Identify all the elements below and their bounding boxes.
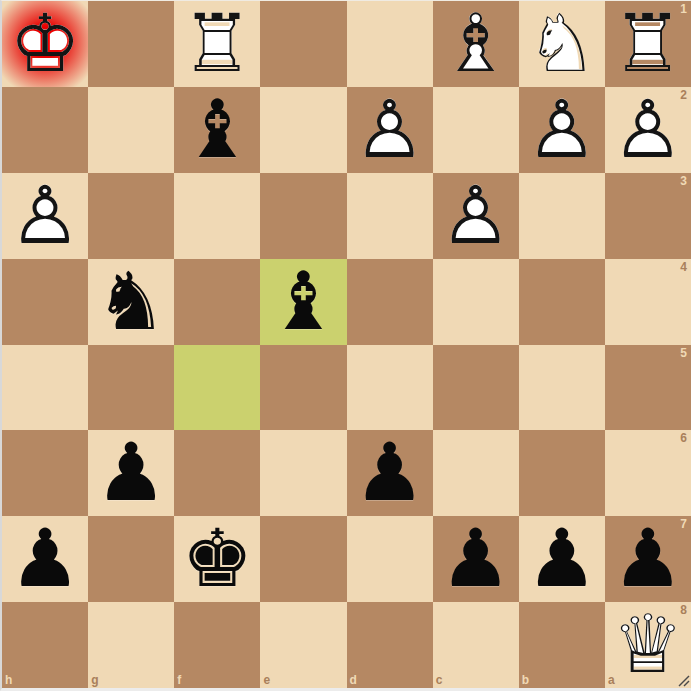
square-a6[interactable]: 6 bbox=[605, 430, 691, 516]
rank-label-6: 6 bbox=[680, 432, 687, 444]
piece-outline-glyph: ♖ bbox=[605, 1, 691, 87]
square-g2[interactable] bbox=[88, 87, 174, 173]
square-b5[interactable] bbox=[519, 345, 605, 431]
square-h7[interactable]: ♟ bbox=[2, 516, 88, 602]
square-h4[interactable] bbox=[2, 259, 88, 345]
square-h8[interactable]: h bbox=[2, 602, 88, 688]
black-pawn-piece[interactable]: ♟ bbox=[433, 516, 519, 602]
file-label-h: h bbox=[5, 674, 12, 686]
square-c2[interactable] bbox=[433, 87, 519, 173]
square-d7[interactable] bbox=[347, 516, 433, 602]
piece-glyph: ♟ bbox=[88, 430, 174, 516]
white-pawn-piece[interactable]: ♟♙ bbox=[433, 173, 519, 259]
square-a5[interactable]: 5 bbox=[605, 345, 691, 431]
piece-glyph: ♝ bbox=[260, 259, 346, 345]
piece-outline-glyph: ♔ bbox=[2, 1, 88, 87]
square-e3[interactable] bbox=[260, 173, 346, 259]
square-g5[interactable] bbox=[88, 345, 174, 431]
white-pawn-piece[interactable]: ♟♙ bbox=[347, 87, 433, 173]
black-bishop-piece[interactable]: ♝ bbox=[260, 259, 346, 345]
piece-outline-glyph: ♙ bbox=[2, 173, 88, 259]
square-d1[interactable] bbox=[347, 1, 433, 87]
square-g3[interactable] bbox=[88, 173, 174, 259]
rank-label-3: 3 bbox=[680, 175, 687, 187]
square-c8[interactable]: c bbox=[433, 602, 519, 688]
white-bishop-piece[interactable]: ♝♗ bbox=[433, 1, 519, 87]
black-pawn-piece[interactable]: ♟ bbox=[88, 430, 174, 516]
board-resize-icon[interactable] bbox=[676, 673, 690, 687]
square-e1[interactable] bbox=[260, 1, 346, 87]
piece-outline-glyph: ♗ bbox=[433, 1, 519, 87]
square-f4[interactable] bbox=[174, 259, 260, 345]
square-h5[interactable] bbox=[2, 345, 88, 431]
square-c7[interactable]: ♟ bbox=[433, 516, 519, 602]
square-c6[interactable] bbox=[433, 430, 519, 516]
square-g4[interactable]: ♞ bbox=[88, 259, 174, 345]
square-a7[interactable]: ♟7 bbox=[605, 516, 691, 602]
square-e7[interactable] bbox=[260, 516, 346, 602]
square-f7[interactable]: ♚ bbox=[174, 516, 260, 602]
piece-glyph: ♟ bbox=[347, 430, 433, 516]
black-pawn-piece[interactable]: ♟ bbox=[605, 516, 691, 602]
square-f3[interactable] bbox=[174, 173, 260, 259]
white-pawn-piece[interactable]: ♟♙ bbox=[605, 87, 691, 173]
square-f6[interactable] bbox=[174, 430, 260, 516]
file-label-g: g bbox=[91, 674, 98, 686]
file-label-f: f bbox=[177, 674, 181, 686]
square-c1[interactable]: ♝♗ bbox=[433, 1, 519, 87]
white-pawn-piece[interactable]: ♟♙ bbox=[2, 173, 88, 259]
square-g1[interactable] bbox=[88, 1, 174, 87]
square-b3[interactable] bbox=[519, 173, 605, 259]
square-e8[interactable]: e bbox=[260, 602, 346, 688]
piece-glyph: ♟ bbox=[605, 516, 691, 602]
piece-glyph: ♚ bbox=[174, 516, 260, 602]
square-c5[interactable] bbox=[433, 345, 519, 431]
square-f8[interactable]: f bbox=[174, 602, 260, 688]
rank-label-4: 4 bbox=[680, 261, 687, 273]
square-b7[interactable]: ♟ bbox=[519, 516, 605, 602]
black-bishop-piece[interactable]: ♝ bbox=[174, 87, 260, 173]
board-frame: ♚♔♜♖♝♗♞♘♜♖1♝♟♙♟♙♟♙2♟♙♟♙3♞♝45♟♟6♟♚♟♟♟7hgf… bbox=[0, 0, 691, 691]
square-e2[interactable] bbox=[260, 87, 346, 173]
black-pawn-piece[interactable]: ♟ bbox=[519, 516, 605, 602]
white-knight-piece[interactable]: ♞♘ bbox=[519, 1, 605, 87]
square-g7[interactable] bbox=[88, 516, 174, 602]
square-g6[interactable]: ♟ bbox=[88, 430, 174, 516]
piece-outline-glyph: ♙ bbox=[519, 87, 605, 173]
square-h3[interactable]: ♟♙ bbox=[2, 173, 88, 259]
file-label-e: e bbox=[263, 674, 270, 686]
square-g8[interactable]: g bbox=[88, 602, 174, 688]
square-f1[interactable]: ♜♖ bbox=[174, 1, 260, 87]
square-a2[interactable]: ♟♙2 bbox=[605, 87, 691, 173]
square-d6[interactable]: ♟ bbox=[347, 430, 433, 516]
file-label-b: b bbox=[522, 674, 529, 686]
piece-outline-glyph: ♙ bbox=[433, 173, 519, 259]
square-h2[interactable] bbox=[2, 87, 88, 173]
rank-label-5: 5 bbox=[680, 347, 687, 359]
white-rook-piece[interactable]: ♜♖ bbox=[174, 1, 260, 87]
file-label-d: d bbox=[350, 674, 357, 686]
square-h1[interactable]: ♚♔ bbox=[2, 1, 88, 87]
file-label-c: c bbox=[436, 674, 443, 686]
square-d2[interactable]: ♟♙ bbox=[347, 87, 433, 173]
square-a3[interactable]: 3 bbox=[605, 173, 691, 259]
piece-glyph: ♝ bbox=[174, 87, 260, 173]
square-b2[interactable]: ♟♙ bbox=[519, 87, 605, 173]
square-d8[interactable]: d bbox=[347, 602, 433, 688]
square-d5[interactable] bbox=[347, 345, 433, 431]
square-a1[interactable]: ♜♖1 bbox=[605, 1, 691, 87]
square-a4[interactable]: 4 bbox=[605, 259, 691, 345]
black-knight-piece[interactable]: ♞ bbox=[88, 259, 174, 345]
piece-glyph: ♟ bbox=[433, 516, 519, 602]
white-king-piece[interactable]: ♚♔ bbox=[2, 1, 88, 87]
piece-outline-glyph: ♖ bbox=[174, 1, 260, 87]
square-b4[interactable] bbox=[519, 259, 605, 345]
piece-outline-glyph: ♙ bbox=[605, 87, 691, 173]
black-pawn-piece[interactable]: ♟ bbox=[2, 516, 88, 602]
square-b1[interactable]: ♞♘ bbox=[519, 1, 605, 87]
piece-outline-glyph: ♘ bbox=[519, 1, 605, 87]
square-e6[interactable] bbox=[260, 430, 346, 516]
piece-glyph: ♞ bbox=[88, 259, 174, 345]
piece-outline-glyph: ♙ bbox=[347, 87, 433, 173]
square-h6[interactable] bbox=[2, 430, 88, 516]
square-e5[interactable] bbox=[260, 345, 346, 431]
square-b8[interactable]: b bbox=[519, 602, 605, 688]
black-king-piece[interactable]: ♚ bbox=[174, 516, 260, 602]
white-pawn-piece[interactable]: ♟♙ bbox=[519, 87, 605, 173]
piece-glyph: ♟ bbox=[519, 516, 605, 602]
square-e4[interactable]: ♝ bbox=[260, 259, 346, 345]
square-d3[interactable] bbox=[347, 173, 433, 259]
square-b6[interactable] bbox=[519, 430, 605, 516]
square-f2[interactable]: ♝ bbox=[174, 87, 260, 173]
chess-board: ♚♔♜♖♝♗♞♘♜♖1♝♟♙♟♙♟♙2♟♙♟♙3♞♝45♟♟6♟♚♟♟♟7hgf… bbox=[2, 1, 691, 688]
black-pawn-piece[interactable]: ♟ bbox=[347, 430, 433, 516]
white-rook-piece[interactable]: ♜♖ bbox=[605, 1, 691, 87]
piece-glyph: ♟ bbox=[2, 516, 88, 602]
square-d4[interactable] bbox=[347, 259, 433, 345]
square-a8[interactable]: ♛♕a8 bbox=[605, 602, 691, 688]
square-c3[interactable]: ♟♙ bbox=[433, 173, 519, 259]
square-f5[interactable] bbox=[174, 345, 260, 431]
square-c4[interactable] bbox=[433, 259, 519, 345]
